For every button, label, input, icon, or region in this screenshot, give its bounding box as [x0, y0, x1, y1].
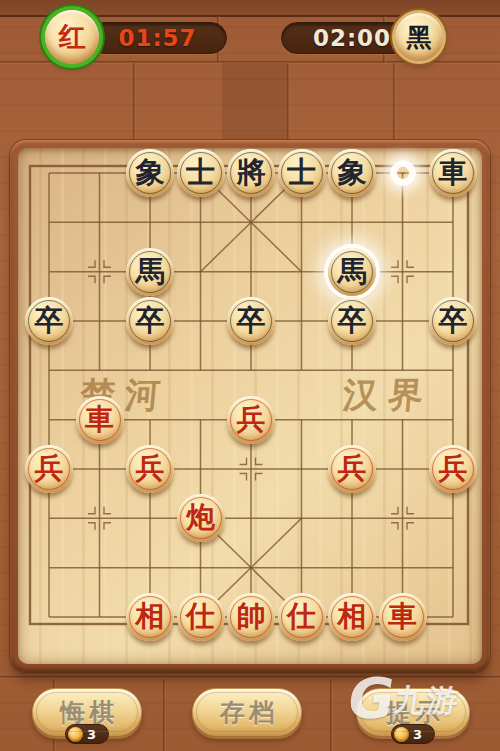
piece-black-r0c8[interactable]: 車: [429, 149, 477, 197]
piece-black-r0c5[interactable]: 士: [278, 149, 326, 197]
piece-red-r7c3[interactable]: 炮: [177, 494, 225, 542]
wood-seam: [287, 63, 290, 139]
last-move-origin-marker: [390, 160, 416, 186]
piece-black-r2c6[interactable]: 馬: [328, 248, 376, 296]
piece-black-r3c2[interactable]: 卒: [126, 297, 174, 345]
coin-icon: [68, 727, 83, 742]
hint-count: 3: [413, 727, 422, 742]
piece-red-r6c6[interactable]: 兵: [328, 445, 376, 493]
hint-count-badge: 3: [391, 724, 435, 744]
wood-seam: [330, 679, 333, 751]
black-time-text: 02:00: [313, 25, 391, 51]
red-label: 红: [59, 19, 86, 55]
piece-red-r5c4[interactable]: 兵: [227, 396, 275, 444]
red-timer: 01:57: [88, 22, 227, 54]
undo-label: 悔棋: [56, 696, 118, 729]
piece-black-r0c2[interactable]: 象: [126, 149, 174, 197]
piece-red-r5c1[interactable]: 車: [76, 396, 124, 444]
undo-count: 3: [87, 727, 96, 742]
wood-seam: [393, 63, 396, 139]
piece-black-r3c6[interactable]: 卒: [328, 297, 376, 345]
piece-black-r3c8[interactable]: 卒: [429, 297, 477, 345]
piece-red-r9c4[interactable]: 帥: [227, 593, 275, 641]
xiangqi-game-screen: 01:57 02:00 红 黑 楚河 汉界 象士將士象車馬馬卒卒卒卒卒車兵兵兵兵…: [0, 0, 500, 751]
pieces-layer: 象士將士象車馬馬卒卒卒卒卒車兵兵兵兵兵炮相仕帥仕相車: [10, 140, 490, 672]
save-label: 存档: [216, 696, 278, 729]
undo-count-badge: 3: [65, 724, 109, 744]
piece-black-r2c2[interactable]: 馬: [126, 248, 174, 296]
piece-red-r9c7[interactable]: 車: [379, 593, 427, 641]
wood-seam: [133, 63, 136, 139]
piece-red-r6c8[interactable]: 兵: [429, 445, 477, 493]
piece-black-r0c4[interactable]: 將: [227, 149, 275, 197]
piece-red-r9c3[interactable]: 仕: [177, 593, 225, 641]
piece-black-r0c6[interactable]: 象: [328, 149, 376, 197]
coin-icon: [394, 727, 409, 742]
piece-red-r9c2[interactable]: 相: [126, 593, 174, 641]
red-player-piece-turn-indicator: 红: [45, 10, 99, 64]
piece-black-r0c3[interactable]: 士: [177, 149, 225, 197]
piece-red-r6c0[interactable]: 兵: [25, 445, 73, 493]
hint-button[interactable]: 提示 3: [356, 688, 470, 736]
piece-red-r9c6[interactable]: 相: [328, 593, 376, 641]
undo-button[interactable]: 悔棋 3: [32, 688, 142, 736]
red-time-text: 01:57: [118, 25, 196, 51]
black-label: 黑: [407, 21, 432, 54]
wood-seam: [163, 679, 166, 751]
piece-red-r9c5[interactable]: 仕: [278, 593, 326, 641]
piece-black-r3c0[interactable]: 卒: [25, 297, 73, 345]
board-panel: 楚河 汉界 象士將士象車馬馬卒卒卒卒卒車兵兵兵兵兵炮相仕帥仕相車: [10, 140, 490, 672]
piece-black-r3c4[interactable]: 卒: [227, 297, 275, 345]
wood-seam: [0, 676, 500, 679]
hint-label: 提示: [382, 696, 444, 729]
wood-plank: [222, 63, 287, 139]
piece-red-r6c2[interactable]: 兵: [126, 445, 174, 493]
black-player-piece: 黑: [395, 13, 443, 61]
save-button[interactable]: 存档: [192, 688, 302, 736]
